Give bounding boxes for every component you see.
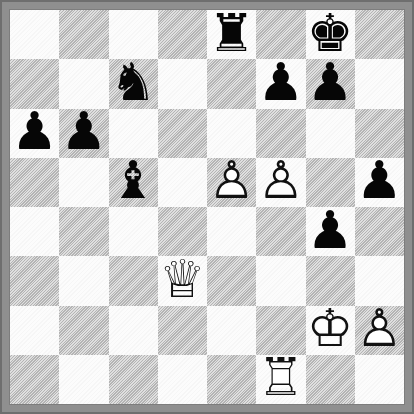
pawn-outline-glyph: ♙ <box>356 303 403 355</box>
square-e1[interactable] <box>207 355 256 404</box>
square-h6[interactable] <box>355 109 404 158</box>
knight-glyph: ♞ <box>110 56 157 108</box>
square-g5[interactable] <box>306 158 355 207</box>
square-a8[interactable] <box>10 10 59 59</box>
square-g3[interactable] <box>306 256 355 305</box>
piece-black-knight-c7: ♞ <box>109 59 158 108</box>
square-e5[interactable]: ♟♙ <box>207 158 256 207</box>
square-h7[interactable] <box>355 59 404 108</box>
square-f3[interactable] <box>256 256 305 305</box>
pawn-glyph: ♟ <box>307 56 354 108</box>
piece-white-queen-d3: ♛♕ <box>158 256 207 305</box>
square-d3[interactable]: ♛♕ <box>158 256 207 305</box>
square-g8[interactable]: ♚ <box>306 10 355 59</box>
square-a6[interactable]: ♟ <box>10 109 59 158</box>
piece-black-pawn-a6: ♟ <box>10 109 59 158</box>
square-a4[interactable] <box>10 207 59 256</box>
square-c3[interactable] <box>109 256 158 305</box>
square-g7[interactable]: ♟ <box>306 59 355 108</box>
piece-black-pawn-b6: ♟ <box>59 109 108 158</box>
queen-outline-glyph: ♕ <box>159 253 206 305</box>
square-h1[interactable] <box>355 355 404 404</box>
board-frame: ♜♚♞♟♟♟♟♝♟♙♟♙♟♟♛♕♚♔♟♙♜♖ <box>0 0 414 414</box>
square-e3[interactable] <box>207 256 256 305</box>
rook-fill-glyph: ♜ <box>258 352 305 404</box>
piece-black-bishop-c5: ♝ <box>109 158 158 207</box>
square-b4[interactable] <box>59 207 108 256</box>
square-h3[interactable] <box>355 256 404 305</box>
pawn-fill-glyph: ♟ <box>258 155 305 207</box>
square-e4[interactable] <box>207 207 256 256</box>
square-a3[interactable] <box>10 256 59 305</box>
square-c1[interactable] <box>109 355 158 404</box>
square-f2[interactable] <box>256 306 305 355</box>
pawn-glyph: ♟ <box>11 106 58 158</box>
square-f8[interactable] <box>256 10 305 59</box>
square-e6[interactable] <box>207 109 256 158</box>
square-h5[interactable]: ♟ <box>355 158 404 207</box>
square-a1[interactable] <box>10 355 59 404</box>
square-b2[interactable] <box>59 306 108 355</box>
piece-white-rook-f1: ♜♖ <box>256 355 305 404</box>
piece-black-pawn-g7: ♟ <box>306 59 355 108</box>
square-c4[interactable] <box>109 207 158 256</box>
square-d8[interactable] <box>158 10 207 59</box>
pawn-glyph: ♟ <box>307 204 354 256</box>
square-e2[interactable] <box>207 306 256 355</box>
square-b1[interactable] <box>59 355 108 404</box>
square-f1[interactable]: ♜♖ <box>256 355 305 404</box>
square-g4[interactable]: ♟ <box>306 207 355 256</box>
square-c8[interactable] <box>109 10 158 59</box>
square-d1[interactable] <box>158 355 207 404</box>
piece-black-king-g8: ♚ <box>306 10 355 59</box>
piece-black-pawn-g4: ♟ <box>306 207 355 256</box>
pawn-glyph: ♟ <box>356 155 403 207</box>
square-h8[interactable] <box>355 10 404 59</box>
square-d5[interactable] <box>158 158 207 207</box>
king-fill-glyph: ♚ <box>307 303 354 355</box>
square-c2[interactable] <box>109 306 158 355</box>
square-g2[interactable]: ♚♔ <box>306 306 355 355</box>
pawn-glyph: ♟ <box>258 56 305 108</box>
pawn-fill-glyph: ♟ <box>356 303 403 355</box>
piece-white-pawn-f5: ♟♙ <box>256 158 305 207</box>
king-glyph: ♚ <box>307 7 354 59</box>
piece-black-rook-e8: ♜ <box>207 10 256 59</box>
pawn-glyph: ♟ <box>61 106 108 158</box>
rook-glyph: ♜ <box>208 7 255 59</box>
square-e8[interactable]: ♜ <box>207 10 256 59</box>
square-b8[interactable] <box>59 10 108 59</box>
square-a5[interactable] <box>10 158 59 207</box>
square-b6[interactable]: ♟ <box>59 109 108 158</box>
square-f5[interactable]: ♟♙ <box>256 158 305 207</box>
square-a2[interactable] <box>10 306 59 355</box>
square-c5[interactable]: ♝ <box>109 158 158 207</box>
square-d7[interactable] <box>158 59 207 108</box>
square-c6[interactable] <box>109 109 158 158</box>
square-h4[interactable] <box>355 207 404 256</box>
piece-white-pawn-h2: ♟♙ <box>355 306 404 355</box>
pawn-fill-glyph: ♟ <box>208 155 255 207</box>
pawn-outline-glyph: ♙ <box>208 155 255 207</box>
queen-fill-glyph: ♛ <box>159 253 206 305</box>
rook-outline-glyph: ♖ <box>258 352 305 404</box>
square-d4[interactable] <box>158 207 207 256</box>
square-c7[interactable]: ♞ <box>109 59 158 108</box>
square-b7[interactable] <box>59 59 108 108</box>
square-f7[interactable]: ♟ <box>256 59 305 108</box>
chess-board: ♜♚♞♟♟♟♟♝♟♙♟♙♟♟♛♕♚♔♟♙♜♖ <box>10 10 404 404</box>
square-a7[interactable] <box>10 59 59 108</box>
square-g6[interactable] <box>306 109 355 158</box>
square-f4[interactable] <box>256 207 305 256</box>
square-d6[interactable] <box>158 109 207 158</box>
pawn-outline-glyph: ♙ <box>258 155 305 207</box>
square-e7[interactable] <box>207 59 256 108</box>
piece-white-pawn-e5: ♟♙ <box>207 158 256 207</box>
square-d2[interactable] <box>158 306 207 355</box>
king-outline-glyph: ♔ <box>307 303 354 355</box>
piece-black-pawn-f7: ♟ <box>256 59 305 108</box>
square-b3[interactable] <box>59 256 108 305</box>
piece-white-king-g2: ♚♔ <box>306 306 355 355</box>
bishop-glyph: ♝ <box>110 155 157 207</box>
piece-black-pawn-h5: ♟ <box>355 158 404 207</box>
square-b5[interactable] <box>59 158 108 207</box>
square-g1[interactable] <box>306 355 355 404</box>
square-h2[interactable]: ♟♙ <box>355 306 404 355</box>
square-f6[interactable] <box>256 109 305 158</box>
